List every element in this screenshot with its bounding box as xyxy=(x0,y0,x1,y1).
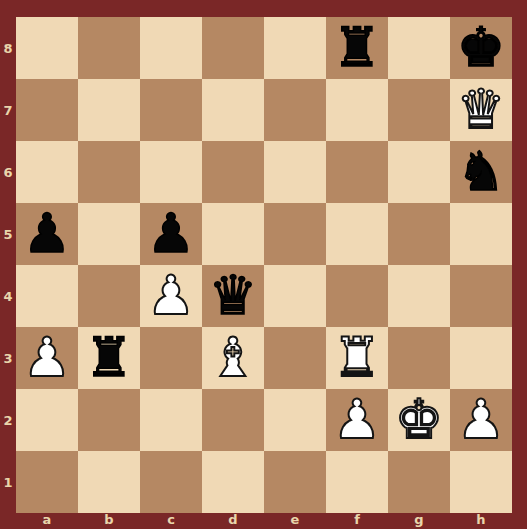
file-labels: abcdefgh xyxy=(16,512,512,529)
square-h6[interactable]: ♞ xyxy=(450,141,512,203)
square-e6[interactable] xyxy=(264,141,326,203)
piece-black-pawn: ♟ xyxy=(23,207,71,261)
square-a3[interactable]: ♟ xyxy=(16,327,78,389)
square-d2[interactable] xyxy=(202,389,264,451)
file-label-c: c xyxy=(140,512,202,529)
square-f4[interactable] xyxy=(326,265,388,327)
file-label-b: b xyxy=(78,512,140,529)
square-b3[interactable]: ♜ xyxy=(78,327,140,389)
square-g8[interactable] xyxy=(388,17,450,79)
rank-label-3: 3 xyxy=(0,327,16,389)
square-e2[interactable] xyxy=(264,389,326,451)
square-a7[interactable] xyxy=(16,79,78,141)
file-label-h: h xyxy=(450,512,512,529)
square-g7[interactable] xyxy=(388,79,450,141)
square-d3[interactable]: ♝ xyxy=(202,327,264,389)
piece-black-king: ♚ xyxy=(457,21,505,75)
square-d6[interactable] xyxy=(202,141,264,203)
file-label-f: f xyxy=(326,512,388,529)
square-c3[interactable] xyxy=(140,327,202,389)
square-h5[interactable] xyxy=(450,203,512,265)
square-c8[interactable] xyxy=(140,17,202,79)
square-a4[interactable] xyxy=(16,265,78,327)
square-d5[interactable] xyxy=(202,203,264,265)
square-c1[interactable] xyxy=(140,451,202,513)
piece-black-rook: ♜ xyxy=(333,21,381,75)
square-g6[interactable] xyxy=(388,141,450,203)
rank-label-4: 4 xyxy=(0,265,16,327)
square-e5[interactable] xyxy=(264,203,326,265)
file-label-g: g xyxy=(388,512,450,529)
piece-white-rook: ♜ xyxy=(333,331,381,385)
square-b1[interactable] xyxy=(78,451,140,513)
rank-label-6: 6 xyxy=(0,141,16,203)
square-b4[interactable] xyxy=(78,265,140,327)
piece-white-queen: ♛ xyxy=(457,83,505,137)
piece-white-pawn: ♟ xyxy=(147,269,195,323)
piece-black-queen: ♛ xyxy=(209,269,257,323)
square-a8[interactable] xyxy=(16,17,78,79)
rank-label-8: 8 xyxy=(0,17,16,79)
square-e1[interactable] xyxy=(264,451,326,513)
rank-label-1: 1 xyxy=(0,451,16,513)
square-e3[interactable] xyxy=(264,327,326,389)
square-c6[interactable] xyxy=(140,141,202,203)
square-b8[interactable] xyxy=(78,17,140,79)
square-e4[interactable] xyxy=(264,265,326,327)
square-h7[interactable]: ♛ xyxy=(450,79,512,141)
square-b6[interactable] xyxy=(78,141,140,203)
square-c2[interactable] xyxy=(140,389,202,451)
piece-white-pawn: ♟ xyxy=(23,331,71,385)
square-h3[interactable] xyxy=(450,327,512,389)
square-g5[interactable] xyxy=(388,203,450,265)
square-g3[interactable] xyxy=(388,327,450,389)
square-e8[interactable] xyxy=(264,17,326,79)
piece-white-pawn: ♟ xyxy=(457,393,505,447)
square-d8[interactable] xyxy=(202,17,264,79)
rank-label-7: 7 xyxy=(0,79,16,141)
piece-white-king: ♚ xyxy=(395,393,443,447)
chessboard: ♜♚♛♞♟♟♟♛♟♜♝♜♟♚♟ xyxy=(16,17,512,513)
file-label-d: d xyxy=(202,512,264,529)
file-label-e: e xyxy=(264,512,326,529)
square-h1[interactable] xyxy=(450,451,512,513)
square-f6[interactable] xyxy=(326,141,388,203)
square-f8[interactable]: ♜ xyxy=(326,17,388,79)
square-g1[interactable] xyxy=(388,451,450,513)
file-label-a: a xyxy=(16,512,78,529)
square-b7[interactable] xyxy=(78,79,140,141)
square-f3[interactable]: ♜ xyxy=(326,327,388,389)
square-h4[interactable] xyxy=(450,265,512,327)
piece-white-bishop: ♝ xyxy=(209,331,257,385)
square-f1[interactable] xyxy=(326,451,388,513)
piece-black-knight: ♞ xyxy=(457,145,505,199)
piece-white-pawn: ♟ xyxy=(333,393,381,447)
square-a5[interactable]: ♟ xyxy=(16,203,78,265)
square-d1[interactable] xyxy=(202,451,264,513)
square-f2[interactable]: ♟ xyxy=(326,389,388,451)
square-g2[interactable]: ♚ xyxy=(388,389,450,451)
square-h8[interactable]: ♚ xyxy=(450,17,512,79)
chessboard-frame: ♜♚♛♞♟♟♟♛♟♜♝♜♟♚♟ 87654321 abcdefgh xyxy=(0,0,527,529)
square-a2[interactable] xyxy=(16,389,78,451)
square-h2[interactable]: ♟ xyxy=(450,389,512,451)
piece-black-pawn: ♟ xyxy=(147,207,195,261)
rank-label-2: 2 xyxy=(0,389,16,451)
square-e7[interactable] xyxy=(264,79,326,141)
square-c7[interactable] xyxy=(140,79,202,141)
square-f7[interactable] xyxy=(326,79,388,141)
square-b5[interactable] xyxy=(78,203,140,265)
square-d4[interactable]: ♛ xyxy=(202,265,264,327)
square-a6[interactable] xyxy=(16,141,78,203)
rank-labels: 87654321 xyxy=(0,17,16,513)
piece-black-rook: ♜ xyxy=(85,331,133,385)
square-c4[interactable]: ♟ xyxy=(140,265,202,327)
rank-label-5: 5 xyxy=(0,203,16,265)
square-d7[interactable] xyxy=(202,79,264,141)
square-a1[interactable] xyxy=(16,451,78,513)
square-b2[interactable] xyxy=(78,389,140,451)
square-c5[interactable]: ♟ xyxy=(140,203,202,265)
square-f5[interactable] xyxy=(326,203,388,265)
square-g4[interactable] xyxy=(388,265,450,327)
